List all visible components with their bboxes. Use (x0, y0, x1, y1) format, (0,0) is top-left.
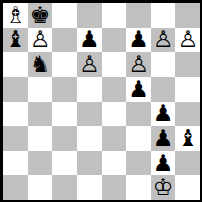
white-pawn-piece[interactable]: ♙ (128, 53, 149, 76)
square-c1[interactable] (52, 175, 77, 200)
white-pawn-piece[interactable]: ♙ (153, 28, 174, 51)
square-b6[interactable]: ♞ (28, 52, 53, 77)
square-b1[interactable] (28, 175, 53, 200)
square-a5[interactable] (3, 77, 28, 102)
square-e4[interactable] (102, 102, 127, 127)
square-b7[interactable]: ♙ (28, 28, 53, 53)
square-f1[interactable] (126, 175, 151, 200)
square-h2[interactable] (175, 151, 200, 176)
square-a4[interactable] (3, 102, 28, 127)
square-e8[interactable] (102, 3, 127, 28)
square-g7[interactable]: ♙ (151, 28, 176, 53)
square-f4[interactable] (126, 102, 151, 127)
square-a1[interactable] (3, 175, 28, 200)
white-pawn-piece[interactable]: ♙ (177, 28, 198, 51)
square-g5[interactable] (151, 77, 176, 102)
square-b5[interactable] (28, 77, 53, 102)
black-pawn-piece[interactable]: ♟ (128, 78, 149, 101)
black-bishop-piece[interactable]: ♝ (177, 127, 198, 150)
black-bishop-piece[interactable]: ♝ (5, 28, 26, 51)
square-g1[interactable]: ♔ (151, 175, 176, 200)
black-pawn-piece[interactable]: ♟ (79, 28, 100, 51)
square-d6[interactable]: ♙ (77, 52, 102, 77)
square-e3[interactable] (102, 126, 127, 151)
square-e1[interactable] (102, 175, 127, 200)
square-f5[interactable]: ♟ (126, 77, 151, 102)
square-d3[interactable] (77, 126, 102, 151)
square-g3[interactable]: ♟ (151, 126, 176, 151)
square-c5[interactable] (52, 77, 77, 102)
square-h6[interactable] (175, 52, 200, 77)
square-g6[interactable] (151, 52, 176, 77)
square-e7[interactable] (102, 28, 127, 53)
square-c8[interactable] (52, 3, 77, 28)
square-e5[interactable] (102, 77, 127, 102)
square-a3[interactable] (3, 126, 28, 151)
square-d4[interactable] (77, 102, 102, 127)
square-a7[interactable]: ♝ (3, 28, 28, 53)
square-b4[interactable] (28, 102, 53, 127)
square-c7[interactable] (52, 28, 77, 53)
square-f2[interactable] (126, 151, 151, 176)
square-b3[interactable] (28, 126, 53, 151)
square-h8[interactable] (175, 3, 200, 28)
square-e6[interactable] (102, 52, 127, 77)
black-knight-piece[interactable]: ♞ (30, 53, 51, 76)
square-h1[interactable] (175, 175, 200, 200)
square-c4[interactable] (52, 102, 77, 127)
square-g8[interactable] (151, 3, 176, 28)
white-pawn-piece[interactable]: ♙ (79, 53, 100, 76)
square-f6[interactable]: ♙ (126, 52, 151, 77)
square-c6[interactable] (52, 52, 77, 77)
square-g4[interactable]: ♟ (151, 102, 176, 127)
square-f3[interactable] (126, 126, 151, 151)
square-d1[interactable] (77, 175, 102, 200)
square-c3[interactable] (52, 126, 77, 151)
square-f7[interactable]: ♟ (126, 28, 151, 53)
square-f8[interactable] (126, 3, 151, 28)
square-h4[interactable] (175, 102, 200, 127)
white-king-piece[interactable]: ♔ (153, 176, 174, 199)
black-pawn-piece[interactable]: ♟ (153, 127, 174, 150)
square-a2[interactable] (3, 151, 28, 176)
square-c2[interactable] (52, 151, 77, 176)
black-pawn-piece[interactable]: ♟ (128, 28, 149, 51)
white-bishop-piece[interactable]: ♗ (5, 4, 26, 27)
black-king-piece[interactable]: ♚ (30, 4, 51, 27)
chess-board: ♗♚♝♙♟♟♙♙♞♙♙♟♟♟♝♟♔ (0, 0, 202, 202)
square-h3[interactable]: ♝ (175, 126, 200, 151)
white-pawn-piece[interactable]: ♙ (30, 28, 51, 51)
square-d8[interactable] (77, 3, 102, 28)
square-h5[interactable] (175, 77, 200, 102)
square-h7[interactable]: ♙ (175, 28, 200, 53)
black-pawn-piece[interactable]: ♟ (153, 152, 174, 175)
square-d7[interactable]: ♟ (77, 28, 102, 53)
square-d5[interactable] (77, 77, 102, 102)
square-b2[interactable] (28, 151, 53, 176)
square-a8[interactable]: ♗ (3, 3, 28, 28)
square-b8[interactable]: ♚ (28, 3, 53, 28)
square-g2[interactable]: ♟ (151, 151, 176, 176)
square-a6[interactable] (3, 52, 28, 77)
square-e2[interactable] (102, 151, 127, 176)
black-pawn-piece[interactable]: ♟ (153, 102, 174, 125)
square-d2[interactable] (77, 151, 102, 176)
